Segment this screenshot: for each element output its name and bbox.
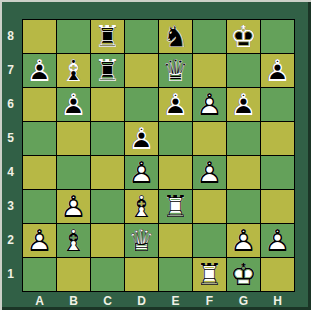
square-b8[interactable] [57, 20, 90, 53]
square-g7[interactable] [227, 54, 260, 87]
piece-fill-glyph: ♟ [230, 224, 257, 257]
square-c1[interactable] [91, 258, 124, 291]
piece-fill-glyph: ♟ [128, 122, 155, 155]
piece-outline-glyph: ♙ [230, 88, 257, 121]
square-g6[interactable]: ♟♙ [227, 88, 260, 121]
square-c6[interactable] [91, 88, 124, 121]
square-d3[interactable]: ♝♗ [125, 190, 158, 223]
piece-fill-glyph: ♜ [196, 258, 223, 291]
square-f7[interactable] [193, 54, 226, 87]
rank-label-7: 7 [0, 54, 21, 87]
black-pawn-h7[interactable]: ♟♙ [261, 54, 294, 87]
square-b2[interactable]: ♝♗ [57, 224, 90, 257]
file-label-d: D [125, 293, 158, 309]
white-pawn-f4[interactable]: ♟♙ [193, 156, 226, 189]
piece-outline-glyph: ♙ [128, 122, 155, 155]
square-d8[interactable] [125, 20, 158, 53]
piece-fill-glyph: ♜ [94, 54, 121, 87]
square-f8[interactable] [193, 20, 226, 53]
piece-fill-glyph: ♟ [60, 88, 87, 121]
file-label-f: F [193, 293, 226, 309]
piece-outline-glyph: ♖ [94, 54, 121, 87]
square-a3[interactable] [23, 190, 56, 223]
square-h1[interactable] [261, 258, 294, 291]
white-pawn-f6[interactable]: ♟♙ [193, 88, 226, 121]
square-h3[interactable] [261, 190, 294, 223]
piece-fill-glyph: ♝ [128, 190, 155, 223]
black-knight-e8[interactable]: ♞♘ [159, 20, 192, 53]
piece-fill-glyph: ♞ [162, 20, 189, 53]
square-d1[interactable] [125, 258, 158, 291]
piece-outline-glyph: ♙ [26, 224, 53, 257]
piece-outline-glyph: ♕ [128, 224, 155, 257]
piece-outline-glyph: ♙ [60, 190, 87, 223]
piece-outline-glyph: ♙ [230, 224, 257, 257]
chess-board: ♜♖♞♘♚♔♟♙♝♗♜♖♛♕♟♙♟♙♟♙♟♙♟♙♟♙♟♙♟♙♟♙♝♗♜♖♟♙♝♗… [22, 19, 295, 292]
square-c2[interactable] [91, 224, 124, 257]
piece-outline-glyph: ♙ [60, 88, 87, 121]
rank-label-2: 2 [0, 224, 21, 257]
square-a4[interactable] [23, 156, 56, 189]
square-h7[interactable]: ♟♙ [261, 54, 294, 87]
square-e2[interactable] [159, 224, 192, 257]
square-c5[interactable] [91, 122, 124, 155]
square-c7[interactable]: ♜♖ [91, 54, 124, 87]
piece-outline-glyph: ♙ [128, 156, 155, 189]
piece-fill-glyph: ♟ [264, 224, 291, 257]
white-bishop-b2[interactable]: ♝♗ [57, 224, 90, 257]
piece-outline-glyph: ♔ [230, 258, 257, 291]
black-pawn-e6[interactable]: ♟♙ [159, 88, 192, 121]
black-queen-e7[interactable]: ♛♕ [159, 54, 192, 87]
square-b7[interactable]: ♝♗ [57, 54, 90, 87]
white-pawn-a2[interactable]: ♟♙ [23, 224, 56, 257]
square-a7[interactable]: ♟♙ [23, 54, 56, 87]
piece-fill-glyph: ♝ [60, 224, 87, 257]
piece-outline-glyph: ♘ [162, 20, 189, 53]
square-b3[interactable]: ♟♙ [57, 190, 90, 223]
square-e6[interactable]: ♟♙ [159, 88, 192, 121]
piece-fill-glyph: ♜ [94, 20, 121, 53]
piece-outline-glyph: ♖ [94, 20, 121, 53]
square-h8[interactable] [261, 20, 294, 53]
piece-outline-glyph: ♗ [60, 224, 87, 257]
piece-outline-glyph: ♖ [162, 190, 189, 223]
white-pawn-g2[interactable]: ♟♙ [227, 224, 260, 257]
piece-outline-glyph: ♙ [196, 88, 223, 121]
black-pawn-d5[interactable]: ♟♙ [125, 122, 158, 155]
square-d4[interactable]: ♟♙ [125, 156, 158, 189]
black-rook-c7[interactable]: ♜♖ [91, 54, 124, 87]
square-g8[interactable]: ♚♔ [227, 20, 260, 53]
piece-outline-glyph: ♗ [128, 190, 155, 223]
square-e5[interactable] [159, 122, 192, 155]
square-d2[interactable]: ♛♕ [125, 224, 158, 257]
rank-label-5: 5 [0, 122, 21, 155]
square-a1[interactable] [23, 258, 56, 291]
square-b4[interactable] [57, 156, 90, 189]
piece-fill-glyph: ♟ [230, 88, 257, 121]
square-h2[interactable]: ♟♙ [261, 224, 294, 257]
file-label-g: G [227, 293, 260, 309]
black-rook-c8[interactable]: ♜♖ [91, 20, 124, 53]
square-d6[interactable] [125, 88, 158, 121]
white-pawn-d4[interactable]: ♟♙ [125, 156, 158, 189]
square-c8[interactable]: ♜♖ [91, 20, 124, 53]
piece-fill-glyph: ♟ [196, 156, 223, 189]
file-label-b: B [57, 293, 90, 309]
square-g3[interactable] [227, 190, 260, 223]
square-g4[interactable] [227, 156, 260, 189]
square-h4[interactable] [261, 156, 294, 189]
white-rook-e3[interactable]: ♜♖ [159, 190, 192, 223]
piece-fill-glyph: ♟ [264, 54, 291, 87]
square-a5[interactable] [23, 122, 56, 155]
white-pawn-h2[interactable]: ♟♙ [261, 224, 294, 257]
square-e3[interactable]: ♜♖ [159, 190, 192, 223]
square-e4[interactable] [159, 156, 192, 189]
square-g5[interactable] [227, 122, 260, 155]
rank-label-8: 8 [0, 20, 21, 53]
square-h6[interactable] [261, 88, 294, 121]
piece-fill-glyph: ♟ [26, 54, 53, 87]
white-rook-f1[interactable]: ♜♖ [193, 258, 226, 291]
piece-fill-glyph: ♛ [162, 54, 189, 87]
piece-fill-glyph: ♟ [26, 224, 53, 257]
square-e7[interactable]: ♛♕ [159, 54, 192, 87]
square-b6[interactable]: ♟♙ [57, 88, 90, 121]
white-bishop-d3[interactable]: ♝♗ [125, 190, 158, 223]
black-bishop-b7[interactable]: ♝♗ [57, 54, 90, 87]
piece-outline-glyph: ♙ [196, 156, 223, 189]
rank-label-4: 4 [0, 156, 21, 189]
square-e8[interactable]: ♞♘ [159, 20, 192, 53]
file-label-a: A [23, 293, 56, 309]
piece-outline-glyph: ♗ [60, 54, 87, 87]
file-label-c: C [91, 293, 124, 309]
square-f2[interactable] [193, 224, 226, 257]
file-label-e: E [159, 293, 192, 309]
rank-label-3: 3 [0, 190, 21, 223]
piece-outline-glyph: ♕ [162, 54, 189, 87]
piece-outline-glyph: ♙ [264, 224, 291, 257]
square-f6[interactable]: ♟♙ [193, 88, 226, 121]
piece-fill-glyph: ♝ [60, 54, 87, 87]
square-g2[interactable]: ♟♙ [227, 224, 260, 257]
piece-fill-glyph: ♟ [128, 156, 155, 189]
black-pawn-b6[interactable]: ♟♙ [57, 88, 90, 121]
square-b5[interactable] [57, 122, 90, 155]
square-a6[interactable] [23, 88, 56, 121]
white-queen-d2[interactable]: ♛♕ [125, 224, 158, 257]
piece-outline-glyph: ♖ [196, 258, 223, 291]
white-king-g1[interactable]: ♚♔ [227, 258, 260, 291]
square-f1[interactable]: ♜♖ [193, 258, 226, 291]
piece-outline-glyph: ♙ [264, 54, 291, 87]
piece-outline-glyph: ♙ [162, 88, 189, 121]
square-b1[interactable] [57, 258, 90, 291]
square-h5[interactable] [261, 122, 294, 155]
square-a2[interactable]: ♟♙ [23, 224, 56, 257]
square-e1[interactable] [159, 258, 192, 291]
piece-fill-glyph: ♜ [162, 190, 189, 223]
black-king-g8[interactable]: ♚♔ [227, 20, 260, 53]
square-a8[interactable] [23, 20, 56, 53]
rank-label-1: 1 [0, 258, 21, 291]
piece-outline-glyph: ♔ [230, 20, 257, 53]
piece-outline-glyph: ♙ [26, 54, 53, 87]
white-pawn-b3[interactable]: ♟♙ [57, 190, 90, 223]
black-pawn-g6[interactable]: ♟♙ [227, 88, 260, 121]
piece-fill-glyph: ♚ [230, 258, 257, 291]
piece-fill-glyph: ♛ [128, 224, 155, 257]
piece-fill-glyph: ♟ [60, 190, 87, 223]
piece-fill-glyph: ♟ [162, 88, 189, 121]
chess-app-window: ♜♖♞♘♚♔♟♙♝♗♜♖♛♕♟♙♟♙♟♙♟♙♟♙♟♙♟♙♟♙♟♙♝♗♜♖♟♙♝♗… [0, 0, 311, 310]
square-c3[interactable] [91, 190, 124, 223]
black-pawn-a7[interactable]: ♟♙ [23, 54, 56, 87]
rank-label-6: 6 [0, 88, 21, 121]
file-label-h: H [261, 293, 294, 309]
piece-fill-glyph: ♚ [230, 20, 257, 53]
square-g1[interactable]: ♚♔ [227, 258, 260, 291]
square-d5[interactable]: ♟♙ [125, 122, 158, 155]
square-c4[interactable] [91, 156, 124, 189]
square-f4[interactable]: ♟♙ [193, 156, 226, 189]
square-f5[interactable] [193, 122, 226, 155]
piece-fill-glyph: ♟ [196, 88, 223, 121]
square-f3[interactable] [193, 190, 226, 223]
square-d7[interactable] [125, 54, 158, 87]
